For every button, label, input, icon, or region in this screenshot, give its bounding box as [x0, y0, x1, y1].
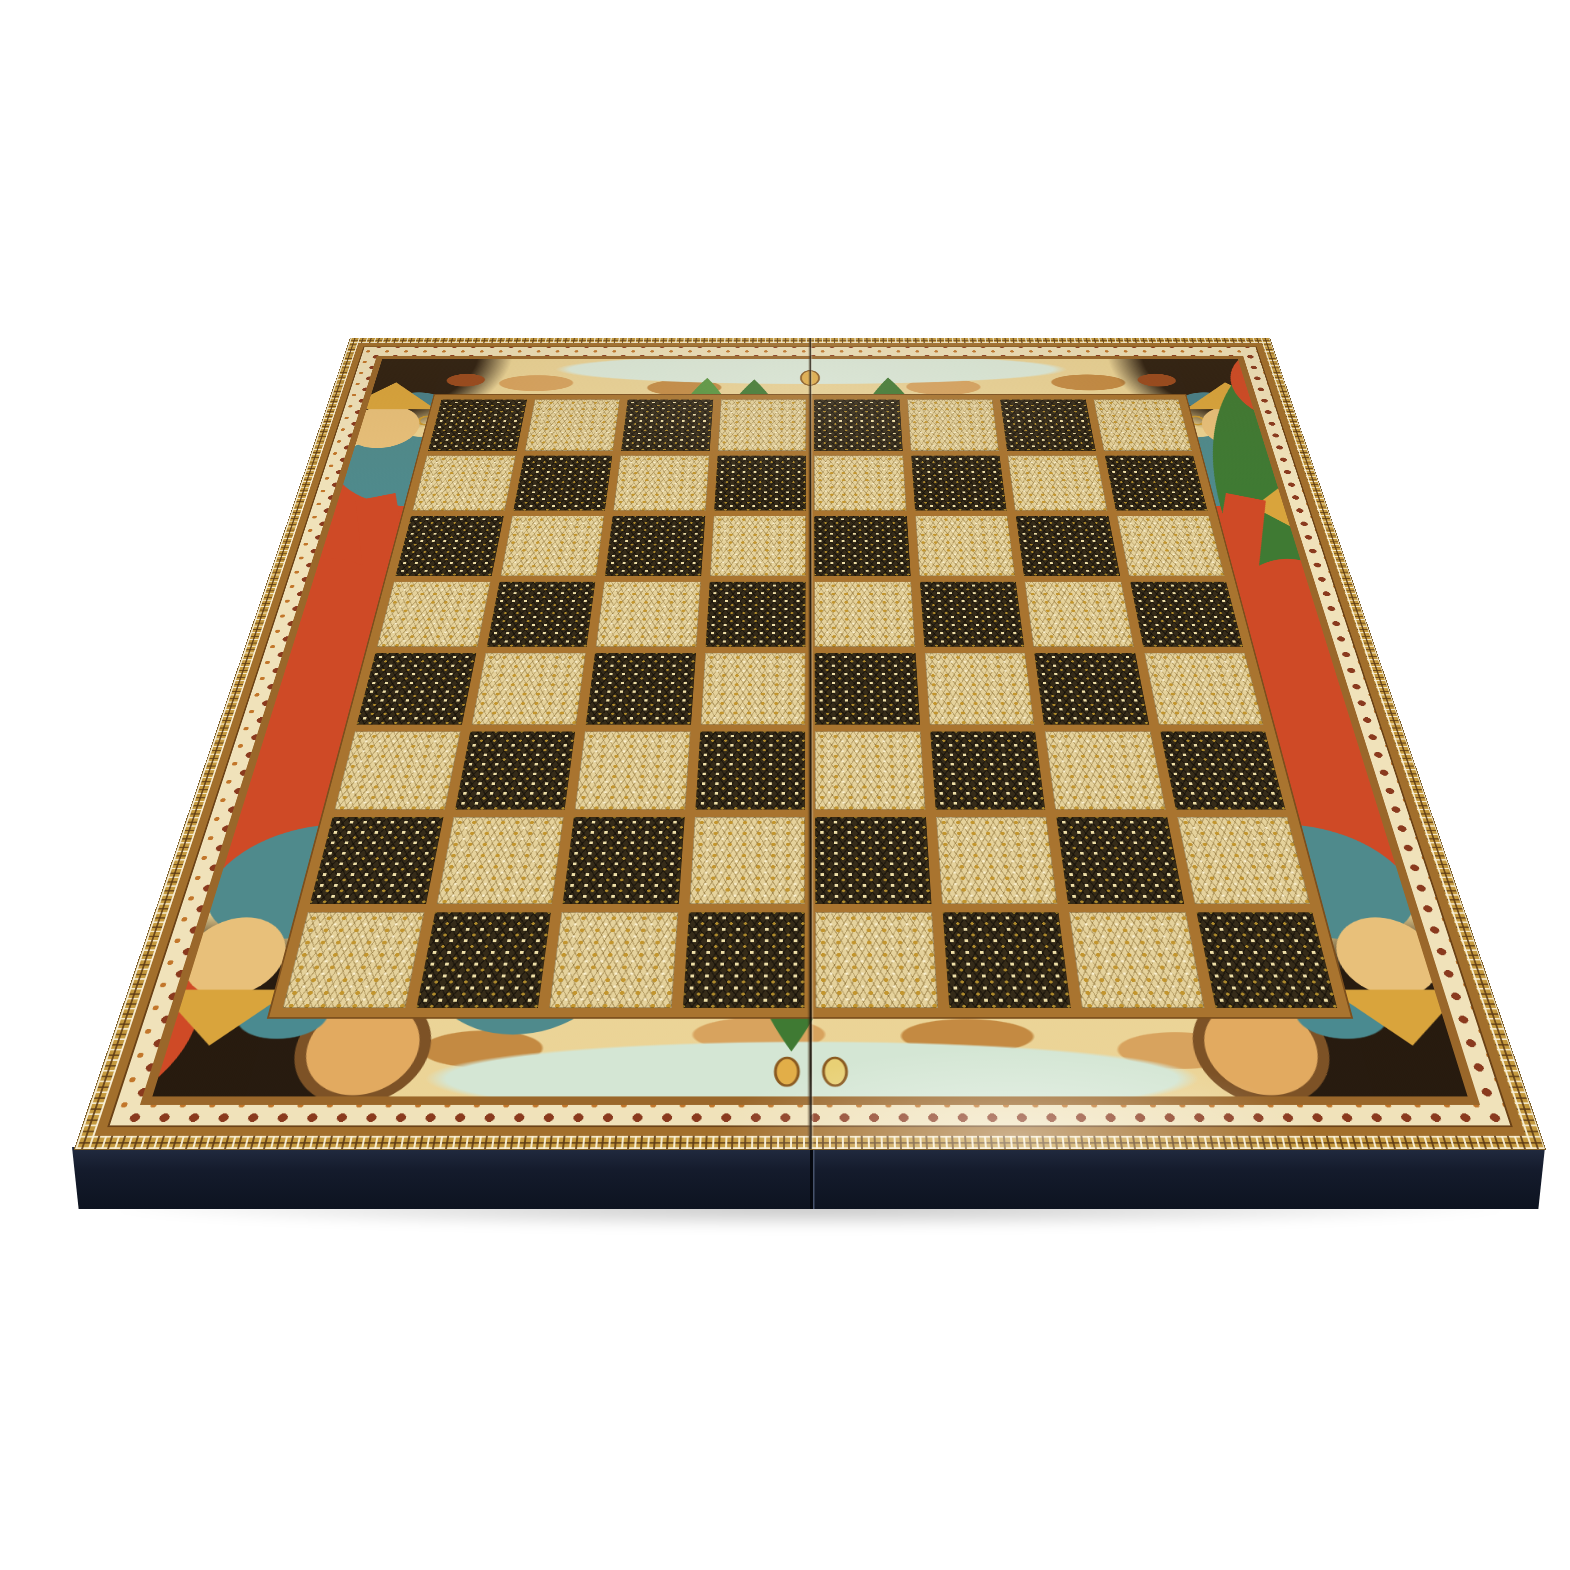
- square-e8[interactable]: [814, 400, 902, 451]
- square-f7[interactable]: [911, 455, 1007, 510]
- square-g3[interactable]: [1045, 731, 1166, 809]
- square-f3[interactable]: [930, 731, 1045, 809]
- square-g7[interactable]: [1008, 455, 1107, 510]
- square-c3[interactable]: [575, 731, 690, 809]
- square-a3[interactable]: [335, 731, 461, 809]
- square-h8[interactable]: [1093, 400, 1192, 451]
- square-f4[interactable]: [924, 653, 1034, 724]
- square-c8[interactable]: [621, 400, 713, 451]
- square-a8[interactable]: [428, 400, 527, 451]
- square-e2[interactable]: [815, 817, 931, 903]
- square-c1[interactable]: [549, 912, 678, 1008]
- square-a7[interactable]: [412, 455, 515, 510]
- square-g1[interactable]: [1069, 912, 1204, 1008]
- square-d3[interactable]: [695, 731, 805, 809]
- square-f6[interactable]: [915, 516, 1015, 576]
- square-a2[interactable]: [310, 817, 443, 903]
- square-b1[interactable]: [416, 912, 551, 1008]
- square-b6[interactable]: [500, 516, 604, 576]
- square-a5[interactable]: [377, 581, 490, 646]
- square-c5[interactable]: [596, 581, 701, 646]
- square-d4[interactable]: [700, 653, 805, 724]
- square-b4[interactable]: [471, 653, 585, 724]
- square-d6[interactable]: [710, 516, 806, 576]
- perspective-scene: [75, 338, 1545, 1338]
- square-e1[interactable]: [815, 912, 937, 1008]
- square-d1[interactable]: [682, 912, 804, 1008]
- square-h1[interactable]: [1196, 912, 1337, 1008]
- square-h2[interactable]: [1177, 817, 1310, 903]
- square-f8[interactable]: [907, 400, 999, 451]
- square-e6[interactable]: [814, 516, 910, 576]
- square-f1[interactable]: [942, 912, 1071, 1008]
- square-f5[interactable]: [920, 581, 1025, 646]
- square-a6[interactable]: [396, 516, 504, 576]
- square-b3[interactable]: [455, 731, 576, 809]
- square-a1[interactable]: [283, 912, 424, 1008]
- square-h6[interactable]: [1117, 516, 1225, 576]
- square-e3[interactable]: [815, 731, 925, 809]
- square-b2[interactable]: [436, 817, 563, 903]
- square-d8[interactable]: [718, 400, 806, 451]
- square-b7[interactable]: [513, 455, 612, 510]
- square-g6[interactable]: [1016, 516, 1120, 576]
- square-d7[interactable]: [714, 455, 806, 510]
- square-g5[interactable]: [1025, 581, 1134, 646]
- square-c6[interactable]: [605, 516, 705, 576]
- square-e5[interactable]: [814, 581, 914, 646]
- square-d2[interactable]: [689, 817, 805, 903]
- square-e4[interactable]: [815, 653, 920, 724]
- square-g8[interactable]: [1000, 400, 1095, 451]
- square-b8[interactable]: [525, 400, 620, 451]
- square-c2[interactable]: [563, 817, 685, 903]
- square-b5[interactable]: [486, 581, 595, 646]
- square-e7[interactable]: [814, 455, 906, 510]
- square-g4[interactable]: [1034, 653, 1148, 724]
- photo-background: [0, 0, 1570, 1570]
- square-h5[interactable]: [1130, 581, 1243, 646]
- square-a4[interactable]: [357, 653, 476, 724]
- square-c4[interactable]: [586, 653, 696, 724]
- square-h7[interactable]: [1104, 455, 1207, 510]
- square-h3[interactable]: [1160, 731, 1286, 809]
- square-f2[interactable]: [936, 817, 1058, 903]
- square-h4[interactable]: [1144, 653, 1263, 724]
- chess-board: [75, 338, 1545, 1149]
- square-g2[interactable]: [1056, 817, 1183, 903]
- square-d5[interactable]: [705, 581, 805, 646]
- square-c7[interactable]: [613, 455, 709, 510]
